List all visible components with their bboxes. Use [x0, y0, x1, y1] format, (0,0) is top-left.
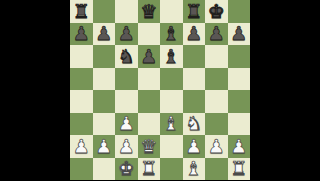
square-e2[interactable]: [160, 135, 183, 158]
square-h3[interactable]: [228, 113, 251, 136]
black-bishop-icon[interactable]: ♝: [160, 23, 183, 46]
black-pawn-icon[interactable]: ♟: [138, 45, 161, 68]
square-f7[interactable]: ♟: [183, 23, 206, 46]
square-b3[interactable]: [93, 113, 116, 136]
square-f3[interactable]: ♞: [183, 113, 206, 136]
square-f5[interactable]: [183, 68, 206, 91]
square-a7[interactable]: ♟: [70, 23, 93, 46]
square-h4[interactable]: [228, 90, 251, 113]
screenshot-frame: ♜♛♜♚♟♟♟♝♟♟♟♞♟♝♟♝♞♟♟♟♛♟♟♟♚♜♝♜: [0, 0, 320, 180]
square-e6[interactable]: ♝: [160, 45, 183, 68]
square-h7[interactable]: ♟: [228, 23, 251, 46]
square-g2[interactable]: ♟: [205, 135, 228, 158]
square-a5[interactable]: [70, 68, 93, 91]
square-c6[interactable]: ♞: [115, 45, 138, 68]
square-c2[interactable]: ♟: [115, 135, 138, 158]
square-g3[interactable]: [205, 113, 228, 136]
white-rook-icon[interactable]: ♜: [138, 158, 161, 181]
white-pawn-icon[interactable]: ♟: [93, 135, 116, 158]
square-g1[interactable]: [205, 158, 228, 181]
square-a4[interactable]: [70, 90, 93, 113]
white-pawn-icon[interactable]: ♟: [228, 135, 251, 158]
white-rook-icon[interactable]: ♜: [228, 158, 251, 181]
chess-board[interactable]: ♜♛♜♚♟♟♟♝♟♟♟♞♟♝♟♝♞♟♟♟♛♟♟♟♚♜♝♜: [70, 0, 250, 180]
square-b8[interactable]: [93, 0, 116, 23]
square-d1[interactable]: ♜: [138, 158, 161, 181]
black-pawn-icon[interactable]: ♟: [228, 23, 251, 46]
black-pawn-icon[interactable]: ♟: [93, 23, 116, 46]
square-g6[interactable]: [205, 45, 228, 68]
square-f8[interactable]: ♜: [183, 0, 206, 23]
square-b6[interactable]: [93, 45, 116, 68]
square-h1[interactable]: ♜: [228, 158, 251, 181]
square-h6[interactable]: [228, 45, 251, 68]
black-pawn-icon[interactable]: ♟: [205, 23, 228, 46]
square-g5[interactable]: [205, 68, 228, 91]
square-f1[interactable]: ♝: [183, 158, 206, 181]
square-f4[interactable]: [183, 90, 206, 113]
white-king-icon[interactable]: ♚: [115, 158, 138, 181]
square-a3[interactable]: [70, 113, 93, 136]
square-b7[interactable]: ♟: [93, 23, 116, 46]
white-pawn-icon[interactable]: ♟: [205, 135, 228, 158]
square-f6[interactable]: [183, 45, 206, 68]
square-h2[interactable]: ♟: [228, 135, 251, 158]
square-d8[interactable]: ♛: [138, 0, 161, 23]
white-knight-icon[interactable]: ♞: [183, 113, 206, 136]
white-pawn-icon[interactable]: ♟: [115, 135, 138, 158]
right-black-bar: [250, 0, 320, 180]
black-rook-icon[interactable]: ♜: [183, 0, 206, 23]
square-c1[interactable]: ♚: [115, 158, 138, 181]
square-h5[interactable]: [228, 68, 251, 91]
square-g4[interactable]: [205, 90, 228, 113]
white-queen-icon[interactable]: ♛: [138, 135, 161, 158]
square-g8[interactable]: ♚: [205, 0, 228, 23]
square-b4[interactable]: [93, 90, 116, 113]
white-bishop-icon[interactable]: ♝: [183, 158, 206, 181]
square-a6[interactable]: [70, 45, 93, 68]
white-bishop-icon[interactable]: ♝: [160, 113, 183, 136]
square-d2[interactable]: ♛: [138, 135, 161, 158]
square-d5[interactable]: [138, 68, 161, 91]
square-a8[interactable]: ♜: [70, 0, 93, 23]
square-g7[interactable]: ♟: [205, 23, 228, 46]
square-d7[interactable]: [138, 23, 161, 46]
square-e8[interactable]: [160, 0, 183, 23]
white-pawn-icon[interactable]: ♟: [183, 135, 206, 158]
square-f2[interactable]: ♟: [183, 135, 206, 158]
square-e4[interactable]: [160, 90, 183, 113]
square-a2[interactable]: ♟: [70, 135, 93, 158]
square-c7[interactable]: ♟: [115, 23, 138, 46]
square-a1[interactable]: [70, 158, 93, 181]
square-c4[interactable]: [115, 90, 138, 113]
white-pawn-icon[interactable]: ♟: [70, 135, 93, 158]
square-e3[interactable]: ♝: [160, 113, 183, 136]
square-b1[interactable]: [93, 158, 116, 181]
black-pawn-icon[interactable]: ♟: [115, 23, 138, 46]
black-rook-icon[interactable]: ♜: [70, 0, 93, 23]
black-pawn-icon[interactable]: ♟: [70, 23, 93, 46]
black-pawn-icon[interactable]: ♟: [183, 23, 206, 46]
black-knight-icon[interactable]: ♞: [115, 45, 138, 68]
square-d4[interactable]: [138, 90, 161, 113]
square-e5[interactable]: [160, 68, 183, 91]
square-e7[interactable]: ♝: [160, 23, 183, 46]
left-black-bar: [0, 0, 70, 180]
square-d3[interactable]: [138, 113, 161, 136]
black-bishop-icon[interactable]: ♝: [160, 45, 183, 68]
square-c8[interactable]: [115, 0, 138, 23]
white-pawn-icon[interactable]: ♟: [115, 113, 138, 136]
black-queen-icon[interactable]: ♛: [138, 0, 161, 23]
square-b5[interactable]: [93, 68, 116, 91]
square-b2[interactable]: ♟: [93, 135, 116, 158]
black-king-icon[interactable]: ♚: [205, 0, 228, 23]
square-h8[interactable]: [228, 0, 251, 23]
square-c5[interactable]: [115, 68, 138, 91]
square-c3[interactable]: ♟: [115, 113, 138, 136]
square-d6[interactable]: ♟: [138, 45, 161, 68]
square-e1[interactable]: [160, 158, 183, 181]
